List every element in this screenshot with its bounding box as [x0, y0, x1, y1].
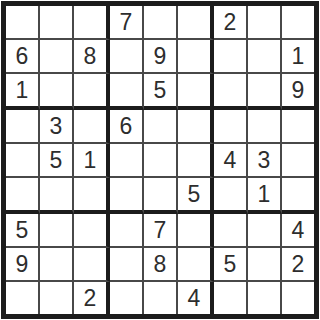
cell-r1c2[interactable] — [40, 6, 74, 40]
cell-r4c2[interactable]: 3 — [40, 110, 74, 144]
cell-r3c4[interactable] — [110, 74, 144, 110]
cell-r6c2[interactable] — [40, 178, 74, 214]
cell-r9c8[interactable] — [248, 282, 282, 314]
cell-r5c7[interactable]: 4 — [214, 144, 248, 178]
cell-r2c8[interactable] — [248, 40, 282, 74]
cell-r3c6[interactable] — [178, 74, 214, 110]
cell-r9c7[interactable] — [214, 282, 248, 314]
cell-r9c2[interactable] — [40, 282, 74, 314]
cell-r6c3[interactable] — [74, 178, 110, 214]
cell-r8c9[interactable]: 2 — [282, 248, 314, 282]
cell-r7c7[interactable] — [214, 214, 248, 248]
cell-r4c9[interactable] — [282, 110, 314, 144]
cell-r4c8[interactable] — [248, 110, 282, 144]
cell-r5c8[interactable]: 3 — [248, 144, 282, 178]
cell-r2c4[interactable] — [110, 40, 144, 74]
cell-r7c5[interactable]: 7 — [144, 214, 178, 248]
cell-r2c3[interactable]: 8 — [74, 40, 110, 74]
cell-r2c9[interactable]: 1 — [282, 40, 314, 74]
cell-r1c6[interactable] — [178, 6, 214, 40]
cell-r2c6[interactable] — [178, 40, 214, 74]
page: 72689115936514351574985224 — [0, 0, 320, 319]
cell-r3c7[interactable] — [214, 74, 248, 110]
cell-r1c3[interactable] — [74, 6, 110, 40]
cell-r1c1[interactable] — [6, 6, 40, 40]
cell-r6c9[interactable] — [282, 178, 314, 214]
cell-r1c5[interactable] — [144, 6, 178, 40]
cell-r8c2[interactable] — [40, 248, 74, 282]
cell-r4c3[interactable] — [74, 110, 110, 144]
cell-r3c1[interactable]: 1 — [6, 74, 40, 110]
cell-r4c4[interactable]: 6 — [110, 110, 144, 144]
cell-r6c5[interactable] — [144, 178, 178, 214]
cell-r8c3[interactable] — [74, 248, 110, 282]
cell-r6c7[interactable] — [214, 178, 248, 214]
cell-r3c5[interactable]: 5 — [144, 74, 178, 110]
cell-r3c3[interactable] — [74, 74, 110, 110]
cell-r8c8[interactable] — [248, 248, 282, 282]
cell-r9c4[interactable] — [110, 282, 144, 314]
cell-r5c2[interactable]: 5 — [40, 144, 74, 178]
cell-r6c4[interactable] — [110, 178, 144, 214]
cell-r3c8[interactable] — [248, 74, 282, 110]
cell-r4c7[interactable] — [214, 110, 248, 144]
cell-r5c6[interactable] — [178, 144, 214, 178]
cell-r1c7[interactable]: 2 — [214, 6, 248, 40]
cell-r6c1[interactable] — [6, 178, 40, 214]
cell-r1c9[interactable] — [282, 6, 314, 40]
cell-r9c3[interactable]: 2 — [74, 282, 110, 314]
cell-r2c2[interactable] — [40, 40, 74, 74]
cell-r2c5[interactable]: 9 — [144, 40, 178, 74]
cell-r7c3[interactable] — [74, 214, 110, 248]
cell-r4c6[interactable] — [178, 110, 214, 144]
cell-r1c4[interactable]: 7 — [110, 6, 144, 40]
cell-r9c9[interactable] — [282, 282, 314, 314]
cell-r7c6[interactable] — [178, 214, 214, 248]
cell-r5c3[interactable]: 1 — [74, 144, 110, 178]
cell-r8c5[interactable]: 8 — [144, 248, 178, 282]
cell-r6c6[interactable]: 5 — [178, 178, 214, 214]
cell-r7c2[interactable] — [40, 214, 74, 248]
cell-r8c1[interactable]: 9 — [6, 248, 40, 282]
cell-r4c5[interactable] — [144, 110, 178, 144]
cell-r4c1[interactable] — [6, 110, 40, 144]
cell-r5c1[interactable] — [6, 144, 40, 178]
cell-r5c9[interactable] — [282, 144, 314, 178]
cell-r7c8[interactable] — [248, 214, 282, 248]
cell-r3c9[interactable]: 9 — [282, 74, 314, 110]
cell-r3c2[interactable] — [40, 74, 74, 110]
cell-r9c6[interactable]: 4 — [178, 282, 214, 314]
cell-r7c4[interactable] — [110, 214, 144, 248]
cell-r6c8[interactable]: 1 — [248, 178, 282, 214]
cell-r9c1[interactable] — [6, 282, 40, 314]
cell-r5c5[interactable] — [144, 144, 178, 178]
cell-r1c8[interactable] — [248, 6, 282, 40]
cell-r5c4[interactable] — [110, 144, 144, 178]
cell-r8c4[interactable] — [110, 248, 144, 282]
cell-r8c7[interactable]: 5 — [214, 248, 248, 282]
cell-r9c5[interactable] — [144, 282, 178, 314]
sudoku-board: 72689115936514351574985224 — [1, 1, 319, 319]
cell-r8c6[interactable] — [178, 248, 214, 282]
cell-r7c9[interactable]: 4 — [282, 214, 314, 248]
cell-r2c1[interactable]: 6 — [6, 40, 40, 74]
cell-r2c7[interactable] — [214, 40, 248, 74]
cell-r7c1[interactable]: 5 — [6, 214, 40, 248]
